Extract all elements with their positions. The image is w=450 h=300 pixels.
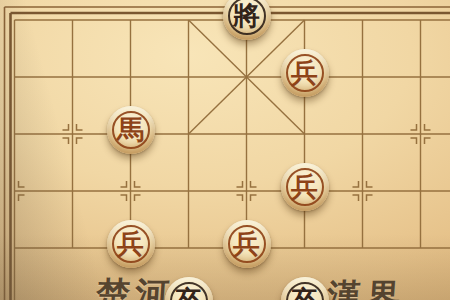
piece-character: 將 (233, 2, 260, 29)
piece-character: 兵 (117, 230, 144, 257)
piece-red-soldier[interactable]: 兵 (281, 49, 329, 97)
piece-character: 馬 (117, 116, 144, 143)
xiangqi-board[interactable]: 楚河 漢界 將兵馬兵兵兵卒卒 (0, 0, 450, 300)
piece-red-horse[interactable]: 馬 (107, 106, 155, 154)
piece-red-soldier[interactable]: 兵 (223, 220, 271, 268)
piece-character: 兵 (291, 59, 318, 86)
river-label-han-jie: 漢界 (326, 279, 406, 300)
piece-character: 卒 (291, 287, 318, 300)
piece-character: 兵 (291, 173, 318, 200)
river-label-chu-he: 楚河 (95, 277, 175, 300)
piece-character: 兵 (233, 230, 260, 257)
piece-character: 卒 (175, 287, 202, 300)
piece-red-soldier[interactable]: 兵 (107, 220, 155, 268)
piece-red-soldier[interactable]: 兵 (281, 163, 329, 211)
